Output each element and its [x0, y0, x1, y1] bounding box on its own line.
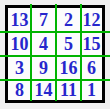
- cell-r1c2: 7: [31, 8, 56, 32]
- magic-square-page: 13 7 2 12 10 4 5 15 3 9 16 6 8 14 11 1: [0, 0, 110, 109]
- cell-r4c3: 11: [56, 80, 81, 101]
- cell-r4c2: 14: [31, 80, 56, 101]
- magic-square-board: 13 7 2 12 10 4 5 15 3 9 16 6 8 14 11 1: [8, 8, 102, 100]
- cell-r3c1: 3: [8, 56, 31, 80]
- cell-r2c3: 5: [56, 32, 81, 56]
- cell-r4c1: 8: [8, 80, 31, 101]
- cell-r1c4: 12: [81, 8, 102, 32]
- cell-r3c3: 16: [56, 56, 81, 80]
- cell-r1c1: 13: [8, 8, 31, 32]
- cell-r2c4: 15: [81, 32, 102, 56]
- cell-r3c2: 9: [31, 56, 56, 80]
- cell-r3c4: 6: [81, 56, 102, 80]
- cell-r4c4: 1: [81, 80, 102, 101]
- cell-r1c3: 2: [56, 8, 81, 32]
- cell-r2c1: 10: [8, 32, 31, 56]
- cell-r2c2: 4: [31, 32, 56, 56]
